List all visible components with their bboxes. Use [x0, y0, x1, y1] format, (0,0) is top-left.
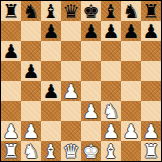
square-e7[interactable]: ♟	[81, 21, 101, 41]
square-f1[interactable]: ♝	[101, 141, 121, 161]
square-b3[interactable]	[21, 101, 41, 121]
square-b1[interactable]: ♞	[21, 141, 41, 161]
square-b5[interactable]: ♟	[21, 61, 41, 81]
square-a8[interactable]: ♜	[1, 1, 21, 21]
square-f8[interactable]: ♝	[101, 1, 121, 21]
square-f5[interactable]	[101, 61, 121, 81]
piece-black-pawn[interactable]: ♟	[82, 21, 99, 41]
square-c4[interactable]: ♟	[41, 81, 61, 101]
square-a3[interactable]	[1, 101, 21, 121]
square-b6[interactable]	[21, 41, 41, 61]
square-d5[interactable]	[61, 61, 81, 81]
square-b8[interactable]: ♞	[21, 1, 41, 21]
square-g4[interactable]	[121, 81, 141, 101]
piece-white-bishop[interactable]: ♝	[42, 141, 59, 161]
square-c5[interactable]	[41, 61, 61, 81]
square-b4[interactable]	[21, 81, 41, 101]
square-e2[interactable]	[81, 121, 101, 141]
square-e4[interactable]	[81, 81, 101, 101]
piece-white-knight[interactable]: ♞	[102, 101, 119, 121]
piece-black-pawn[interactable]: ♟	[102, 21, 119, 41]
square-d7[interactable]	[61, 21, 81, 41]
square-e8[interactable]: ♚	[81, 1, 101, 21]
chess-board: ♜♞♝♛♚♝♞♜♟♟♟♟♟♟♟♟♟♟♞♟♟♟♟♟♜♞♝♛♚♝♜	[1, 1, 161, 161]
square-c7[interactable]: ♟	[41, 21, 61, 41]
square-h1[interactable]: ♜	[141, 141, 161, 161]
square-f7[interactable]: ♟	[101, 21, 121, 41]
square-g2[interactable]: ♟	[121, 121, 141, 141]
square-e5[interactable]	[81, 61, 101, 81]
chess-board-frame: ♜♞♝♛♚♝♞♜♟♟♟♟♟♟♟♟♟♟♞♟♟♟♟♟♜♞♝♛♚♝♜	[0, 0, 162, 162]
piece-white-pawn[interactable]: ♟	[142, 121, 159, 141]
square-a2[interactable]: ♟	[1, 121, 21, 141]
piece-white-pawn[interactable]: ♟	[2, 121, 19, 141]
square-e1[interactable]: ♚	[81, 141, 101, 161]
square-a4[interactable]	[1, 81, 21, 101]
square-a1[interactable]: ♜	[1, 141, 21, 161]
square-b7[interactable]	[21, 21, 41, 41]
piece-black-rook[interactable]: ♜	[142, 1, 159, 21]
piece-black-pawn[interactable]: ♟	[2, 41, 19, 61]
square-d4[interactable]: ♟	[61, 81, 81, 101]
piece-black-pawn[interactable]: ♟	[122, 21, 139, 41]
square-a6[interactable]: ♟	[1, 41, 21, 61]
square-d6[interactable]	[61, 41, 81, 61]
square-g6[interactable]	[121, 41, 141, 61]
square-c8[interactable]: ♝	[41, 1, 61, 21]
square-e3[interactable]: ♟	[81, 101, 101, 121]
square-b2[interactable]: ♟	[21, 121, 41, 141]
piece-black-queen[interactable]: ♛	[62, 1, 79, 21]
square-g5[interactable]	[121, 61, 141, 81]
piece-white-pawn[interactable]: ♟	[102, 121, 119, 141]
piece-white-rook[interactable]: ♜	[142, 141, 159, 161]
piece-black-knight[interactable]: ♞	[122, 1, 139, 21]
square-d2[interactable]	[61, 121, 81, 141]
piece-black-rook[interactable]: ♜	[2, 1, 19, 21]
square-c3[interactable]	[41, 101, 61, 121]
piece-white-pawn[interactable]: ♟	[62, 81, 79, 101]
piece-white-knight[interactable]: ♞	[22, 141, 39, 161]
square-g7[interactable]: ♟	[121, 21, 141, 41]
square-c1[interactable]: ♝	[41, 141, 61, 161]
piece-white-bishop[interactable]: ♝	[102, 141, 119, 161]
piece-black-pawn[interactable]: ♟	[42, 21, 59, 41]
square-g3[interactable]	[121, 101, 141, 121]
square-h6[interactable]	[141, 41, 161, 61]
square-a5[interactable]	[1, 61, 21, 81]
square-d1[interactable]: ♛	[61, 141, 81, 161]
piece-white-pawn[interactable]: ♟	[22, 121, 39, 141]
piece-white-pawn[interactable]: ♟	[122, 121, 139, 141]
square-f2[interactable]: ♟	[101, 121, 121, 141]
square-d8[interactable]: ♛	[61, 1, 81, 21]
square-f4[interactable]	[101, 81, 121, 101]
square-c6[interactable]	[41, 41, 61, 61]
square-f6[interactable]	[101, 41, 121, 61]
square-a7[interactable]	[1, 21, 21, 41]
square-f3[interactable]: ♞	[101, 101, 121, 121]
piece-black-pawn[interactable]: ♟	[22, 61, 39, 81]
square-h8[interactable]: ♜	[141, 1, 161, 21]
square-h4[interactable]	[141, 81, 161, 101]
square-h7[interactable]: ♟	[141, 21, 161, 41]
piece-black-pawn[interactable]: ♟	[42, 81, 59, 101]
piece-black-bishop[interactable]: ♝	[42, 1, 59, 21]
square-g1[interactable]	[121, 141, 141, 161]
piece-black-bishop[interactable]: ♝	[102, 1, 119, 21]
piece-black-king[interactable]: ♚	[82, 1, 99, 21]
square-h3[interactable]	[141, 101, 161, 121]
square-c2[interactable]	[41, 121, 61, 141]
piece-black-knight[interactable]: ♞	[22, 1, 39, 21]
piece-white-king[interactable]: ♚	[82, 141, 99, 161]
square-h5[interactable]	[141, 61, 161, 81]
square-d3[interactable]	[61, 101, 81, 121]
square-e6[interactable]	[81, 41, 101, 61]
piece-white-rook[interactable]: ♜	[2, 141, 19, 161]
square-g8[interactable]: ♞	[121, 1, 141, 21]
piece-white-queen[interactable]: ♛	[62, 141, 79, 161]
square-h2[interactable]: ♟	[141, 121, 161, 141]
piece-black-pawn[interactable]: ♟	[142, 21, 159, 41]
piece-white-pawn[interactable]: ♟	[82, 101, 99, 121]
